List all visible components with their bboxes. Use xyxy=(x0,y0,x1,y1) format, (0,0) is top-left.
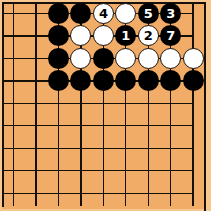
black-stone xyxy=(48,70,69,91)
black-stone-move-5: 5 xyxy=(138,3,159,24)
move-number-label: 5 xyxy=(144,7,153,20)
black-stone xyxy=(183,70,204,91)
black-stone xyxy=(93,48,114,69)
white-stone xyxy=(70,48,91,69)
white-stone xyxy=(70,25,91,46)
go-board: 453127 xyxy=(0,0,211,211)
grid-line-horizontal xyxy=(3,125,194,126)
white-stone xyxy=(138,48,159,69)
grid-line-vertical xyxy=(13,3,14,206)
grid-line-horizontal xyxy=(3,193,194,194)
move-number-label: 7 xyxy=(166,29,175,42)
black-stone-move-3: 3 xyxy=(160,3,181,24)
grid-line-horizontal xyxy=(3,103,194,104)
move-number-label: 1 xyxy=(121,29,130,42)
grid-line-vertical xyxy=(192,3,193,206)
black-stone xyxy=(160,70,181,91)
white-stone-move-2: 2 xyxy=(138,25,159,46)
black-stone xyxy=(48,48,69,69)
grid-line-horizontal xyxy=(3,170,194,171)
board-edge-highlight-bottom xyxy=(0,209,211,211)
black-stone xyxy=(115,70,136,91)
black-stone xyxy=(70,3,91,24)
white-stone-move-4: 4 xyxy=(93,3,114,24)
white-stone xyxy=(160,48,181,69)
white-stone xyxy=(115,48,136,69)
grid-line-horizontal xyxy=(3,148,194,149)
black-stone xyxy=(138,70,159,91)
black-stone xyxy=(48,3,69,24)
frame-line-left xyxy=(2,2,3,206)
black-stone-move-1: 1 xyxy=(115,25,136,46)
white-stone xyxy=(115,3,136,24)
move-number-label: 4 xyxy=(99,7,108,20)
black-stone xyxy=(70,70,91,91)
black-stone-move-7: 7 xyxy=(160,25,181,46)
frame-line-right xyxy=(204,2,205,211)
black-stone xyxy=(48,25,69,46)
white-stone xyxy=(183,48,204,69)
board-edge-highlight-right xyxy=(206,0,211,211)
white-stone xyxy=(93,25,114,46)
move-number-label: 3 xyxy=(166,7,175,20)
black-stone xyxy=(93,70,114,91)
grid-line-vertical xyxy=(35,3,36,206)
move-number-label: 2 xyxy=(144,29,153,42)
